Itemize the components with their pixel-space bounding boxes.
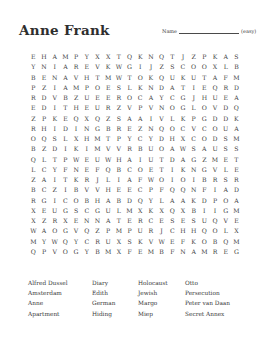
grid-cell: Q xyxy=(81,226,92,236)
grid-cell: I xyxy=(167,175,178,185)
grid-cell: E xyxy=(81,62,92,72)
grid-cell: A xyxy=(167,83,178,93)
grid-cell: Q xyxy=(28,155,39,165)
grid-cell: F xyxy=(199,185,210,195)
grid-cell: A xyxy=(231,196,242,206)
grid-cell: L xyxy=(167,114,178,124)
grid-cell: X xyxy=(28,216,39,226)
grid-cell: T xyxy=(103,134,114,144)
grid-cell: Y xyxy=(81,247,92,257)
grid-cell: E xyxy=(146,165,157,175)
grid-cell: V xyxy=(146,103,157,113)
grid-cell: X xyxy=(114,247,125,257)
grid-cell: K xyxy=(146,73,157,83)
grid-cell: E xyxy=(124,216,135,226)
grid-cell: D xyxy=(220,114,231,124)
grid-cell: C xyxy=(146,216,157,226)
grid-cell: X xyxy=(92,52,103,62)
grid-cell: A xyxy=(135,114,146,124)
grid-cell: L xyxy=(220,62,231,72)
grid-cell: D xyxy=(124,196,135,206)
grid-cell: P xyxy=(60,155,71,165)
grid-cell: Q xyxy=(92,114,103,124)
word-item: Anne xyxy=(28,298,92,308)
grid-cell: O xyxy=(49,226,60,236)
word-item: Apartment xyxy=(28,309,92,319)
grid-cell: L xyxy=(220,226,231,236)
grid-cell: B xyxy=(28,73,39,83)
grid-cell: V xyxy=(210,165,221,175)
grid-cell: A xyxy=(60,73,71,83)
grid-cell: B xyxy=(92,247,103,257)
grid-cell: A xyxy=(60,62,71,72)
grid-cell: K xyxy=(178,165,189,175)
grid-cell: R xyxy=(49,216,60,226)
grid-cell: G xyxy=(199,114,210,124)
grid-cell: G xyxy=(60,226,71,236)
worksheet-page: Anne Frank Name (easy) EHAMPYXXTQKNQTJZP… xyxy=(0,0,270,350)
grid-cell: E xyxy=(199,83,210,93)
grid-cell: D xyxy=(156,83,167,93)
grid-cell: I xyxy=(49,175,60,185)
grid-cell: R xyxy=(103,103,114,113)
grid-cell: R xyxy=(71,62,82,72)
grid-cell: X xyxy=(28,206,39,216)
grid-cell: F xyxy=(92,165,103,175)
grid-cell: K xyxy=(178,73,189,83)
grid-cell: C xyxy=(167,93,178,103)
grid-cell: G xyxy=(71,247,82,257)
grid-cell: Z xyxy=(71,93,82,103)
grid-cell: O xyxy=(210,226,221,236)
grid-cell: A xyxy=(231,93,242,103)
grid-cell: S xyxy=(71,206,82,216)
grid-cell: R xyxy=(210,247,221,257)
grid-cell: Y xyxy=(71,237,82,247)
grid-cell: C xyxy=(199,124,210,134)
grid-cell: J xyxy=(92,175,103,185)
grid-cell: E xyxy=(39,206,50,216)
grid-cell: D xyxy=(199,196,210,206)
grid-cell: A xyxy=(167,144,178,154)
grid-cell: R xyxy=(114,93,125,103)
grid-cell: W xyxy=(28,226,39,236)
grid-cell: Z xyxy=(39,216,50,226)
grid-cell: J xyxy=(156,226,167,236)
grid-cell: A xyxy=(210,73,221,83)
grid-cell: V xyxy=(92,62,103,72)
grid-cell: Z xyxy=(28,114,39,124)
grid-cell: O xyxy=(199,103,210,113)
grid-cell: O xyxy=(220,196,231,206)
grid-cell: N xyxy=(178,247,189,257)
grid-cell: E xyxy=(92,93,103,103)
grid-cell: X xyxy=(210,62,221,72)
grid-cell: U xyxy=(92,155,103,165)
grid-cell: E xyxy=(81,155,92,165)
grid-cell: A xyxy=(199,144,210,154)
grid-cell: V xyxy=(71,226,82,236)
grid-cell: N xyxy=(188,185,199,195)
grid-cell: A xyxy=(220,52,231,62)
name-label: Name xyxy=(162,28,177,34)
grid-cell: Q xyxy=(156,73,167,83)
grid-cell: W xyxy=(114,62,125,72)
grid-cell: I xyxy=(188,83,199,93)
grid-cell: H xyxy=(39,124,50,134)
grid-cell: K xyxy=(231,114,242,124)
grid-cell: E xyxy=(103,93,114,103)
grid-cell: A xyxy=(124,155,135,165)
grid-cell: O xyxy=(135,165,146,175)
grid-cell: M xyxy=(231,73,242,83)
grid-cell: B xyxy=(199,175,210,185)
grid-cell: V xyxy=(210,103,221,113)
grid-cell: N xyxy=(81,216,92,226)
grid-cell: M xyxy=(114,226,125,236)
grid-cell: V xyxy=(71,73,82,83)
grid-cell: R xyxy=(135,216,146,226)
page-title: Anne Frank xyxy=(19,22,110,38)
grid-cell: A xyxy=(231,124,242,134)
grid-cell: A xyxy=(39,226,50,236)
grid-cell: D xyxy=(220,103,231,113)
grid-cell: K xyxy=(146,206,157,216)
grid-cell: B xyxy=(210,237,221,247)
grid-cell: K xyxy=(135,237,146,247)
grid-cell: Z xyxy=(114,103,125,113)
grid-cell: W xyxy=(178,144,189,154)
grid-cell: P xyxy=(124,226,135,236)
grid-cell: R xyxy=(81,175,92,185)
grid-cell: I xyxy=(135,155,146,165)
grid-cell: Z xyxy=(28,175,39,185)
grid-cell: O xyxy=(135,73,146,83)
grid-cell: E xyxy=(81,103,92,113)
grid-cell: A xyxy=(60,83,71,93)
word-item: Jewish xyxy=(138,288,185,298)
grid-cell: R xyxy=(114,124,125,134)
grid-cell: E xyxy=(28,103,39,113)
name-suffix: (easy) xyxy=(241,28,256,34)
grid-cell: C xyxy=(178,124,189,134)
grid-cell: M xyxy=(231,237,242,247)
word-item: Alfred Dussel xyxy=(28,278,92,288)
grid-cell: B xyxy=(114,165,125,175)
grid-cell: F xyxy=(220,73,231,83)
grid-cell: O xyxy=(178,175,189,185)
grid-cell: T xyxy=(178,83,189,93)
grid-cell: I xyxy=(60,144,71,154)
grid-cell: Q xyxy=(210,216,221,226)
grid-cell: Z xyxy=(39,83,50,93)
grid-cell: U xyxy=(103,237,114,247)
grid-cell: G xyxy=(178,93,189,103)
grid-cell: M xyxy=(92,134,103,144)
grid-cell: C xyxy=(81,237,92,247)
grid-cell: G xyxy=(188,155,199,165)
grid-cell: V xyxy=(49,247,60,257)
grid-cell: E xyxy=(220,155,231,165)
grid-cell: D xyxy=(231,83,242,93)
grid-cell: Q xyxy=(231,103,242,113)
grid-cell: I xyxy=(81,144,92,154)
grid-cell: N xyxy=(156,103,167,113)
grid-cell: O xyxy=(60,247,71,257)
grid-cell: O xyxy=(156,144,167,154)
grid-cell: I xyxy=(199,206,210,216)
grid-cell: I xyxy=(146,114,157,124)
grid-cell: C xyxy=(124,165,135,175)
grid-cell: M xyxy=(231,134,242,144)
grid-cell: V xyxy=(146,237,157,247)
grid-cell: S xyxy=(124,237,135,247)
grid-cell: Y xyxy=(146,134,157,144)
grid-cell: P xyxy=(39,114,50,124)
grid-cell: U xyxy=(210,144,221,154)
grid-cell: G xyxy=(92,124,103,134)
grid-cell: Y xyxy=(28,62,39,72)
word-item: Margo xyxy=(138,298,185,308)
word-list-column: HolocaustJewishMargoMiep xyxy=(138,278,185,319)
grid-cell: C xyxy=(39,165,50,175)
grid-cell: J xyxy=(146,62,157,72)
grid-cell: T xyxy=(92,73,103,83)
grid-cell: B xyxy=(71,185,82,195)
grid-cell: C xyxy=(60,196,71,206)
grid-cell: Q xyxy=(103,165,114,175)
grid-cell: S xyxy=(220,175,231,185)
grid-cell: S xyxy=(231,144,242,154)
grid-cell: J xyxy=(188,93,199,103)
grid-cell: I xyxy=(167,165,178,175)
grid-cell: Y xyxy=(124,134,135,144)
grid-cell: V xyxy=(188,124,199,134)
grid-cell: H xyxy=(114,155,125,165)
grid-cell: V xyxy=(49,93,60,103)
word-item: Holocaust xyxy=(138,278,185,288)
grid-cell: I xyxy=(49,196,60,206)
grid-cell: L xyxy=(28,165,39,175)
grid-cell: O xyxy=(124,93,135,103)
grid-cell: E xyxy=(220,93,231,103)
grid-cell: S xyxy=(114,83,125,93)
grid-cell: R xyxy=(146,226,157,236)
grid-cell: N xyxy=(92,216,103,226)
grid-cell: O xyxy=(28,134,39,144)
grid-cell: T xyxy=(231,155,242,165)
grid-cell: B xyxy=(188,206,199,216)
word-item: Amsterdam xyxy=(28,288,92,298)
grid-cell: H xyxy=(71,103,82,113)
word-list: Alfred DusselAmsterdamAnneApartmentDiary… xyxy=(28,278,247,319)
grid-cell: X xyxy=(178,206,189,216)
grid-cell: P xyxy=(39,247,50,257)
grid-cell: W xyxy=(49,237,60,247)
grid-cell: K xyxy=(71,175,82,185)
grid-cell: C xyxy=(39,185,50,195)
grid-cell: H xyxy=(92,196,103,206)
grid-cell: S xyxy=(167,216,178,226)
grid-cell: M xyxy=(28,237,39,247)
grid-cell: S xyxy=(220,144,231,154)
grid-cell: B xyxy=(60,93,71,103)
grid-cell: P xyxy=(81,83,92,93)
grid-cell: Q xyxy=(39,134,50,144)
grid-cell: D xyxy=(231,185,242,195)
grid-cell: X xyxy=(114,237,125,247)
grid-cell: A xyxy=(103,196,114,206)
grid-cell: I xyxy=(135,62,146,72)
grid-cell: T xyxy=(156,155,167,165)
grid-cell: O xyxy=(71,196,82,206)
grid-cell: C xyxy=(135,93,146,103)
grid-cell: H xyxy=(81,73,92,83)
grid-cell: S xyxy=(231,52,242,62)
grid-cell: P xyxy=(135,103,146,113)
grid-cell: N xyxy=(188,165,199,175)
grid-cell: G xyxy=(199,165,210,175)
grid-cell: T xyxy=(114,52,125,62)
grid-cell: M xyxy=(71,83,82,93)
grid-cell: A xyxy=(188,247,199,257)
grid-cell: Q xyxy=(178,185,189,195)
grid-cell: B xyxy=(231,62,242,72)
grid-cell: E xyxy=(124,185,135,195)
grid-cell: Z xyxy=(135,124,146,134)
grid-cell: M xyxy=(199,247,210,257)
grid-cell: F xyxy=(156,185,167,195)
grid-cell: E xyxy=(103,83,114,93)
grid-cell: O xyxy=(199,134,210,144)
word-item: German xyxy=(92,298,138,308)
grid-cell: U xyxy=(146,155,157,165)
grid-cell: T xyxy=(60,175,71,185)
grid-cell: I xyxy=(49,83,60,93)
grid-cell: E xyxy=(178,216,189,226)
grid-cell: V xyxy=(81,185,92,195)
grid-cell: E xyxy=(28,52,39,62)
grid-cell: G xyxy=(178,103,189,113)
grid-cell: H xyxy=(167,134,178,144)
grid-cell: L xyxy=(103,175,114,185)
grid-cell: N xyxy=(49,73,60,83)
grid-cell: N xyxy=(39,62,50,72)
grid-cell: A xyxy=(124,175,135,185)
grid-cell: L xyxy=(39,155,50,165)
grid-cell: B xyxy=(114,196,125,206)
grid-cell: U xyxy=(146,144,157,154)
grid-cell: G xyxy=(92,206,103,216)
grid-cell: Y xyxy=(146,196,157,206)
grid-cell: Y xyxy=(49,165,60,175)
grid-cell: V xyxy=(103,144,114,154)
grid-cell: R xyxy=(210,175,221,185)
grid-cell: L xyxy=(188,103,199,113)
grid-cell: F xyxy=(124,247,135,257)
grid-cell: I xyxy=(210,206,221,216)
grid-cell: K xyxy=(135,83,146,93)
grid-cell: S xyxy=(114,114,125,124)
word-item: Hiding xyxy=(92,309,138,319)
grid-cell: U xyxy=(49,206,60,216)
grid-cell: C xyxy=(135,185,146,195)
grid-cell: P xyxy=(71,52,82,62)
grid-cell: Y xyxy=(156,93,167,103)
grid-cell: C xyxy=(135,134,146,144)
grid-cell: L xyxy=(114,206,125,216)
grid-cell: E xyxy=(135,247,146,257)
word-list-column: DiaryEdithGermanHiding xyxy=(92,278,138,319)
grid-cell: X xyxy=(103,52,114,62)
grid-cell: W xyxy=(114,73,125,83)
grid-cell: O xyxy=(199,237,210,247)
grid-cell: G xyxy=(124,62,135,72)
grid-cell: B xyxy=(135,144,146,154)
grid-cell: E xyxy=(231,165,242,175)
grid-cell: Z xyxy=(156,62,167,72)
grid-cell: I xyxy=(114,175,125,185)
grid-cell: Z xyxy=(199,155,210,165)
word-item: Miep xyxy=(138,309,185,319)
grid-cell: O xyxy=(167,124,178,134)
grid-cell: Q xyxy=(167,206,178,216)
word-item: Persecution xyxy=(185,288,247,298)
grid-cell: M xyxy=(146,247,157,257)
grid-cell: R xyxy=(28,93,39,103)
grid-cell: Z xyxy=(49,185,60,195)
grid-cell: A xyxy=(103,216,114,226)
grid-cell: O xyxy=(167,103,178,113)
grid-cell: A xyxy=(49,52,60,62)
word-item: Diary xyxy=(92,278,138,288)
name-line: Name (easy) xyxy=(162,27,256,34)
grid-cell: T xyxy=(156,165,167,175)
grid-cell: S xyxy=(49,134,60,144)
grid-cell: B xyxy=(28,144,39,154)
grid-cell: N xyxy=(71,165,82,175)
grid-cell: K xyxy=(210,52,221,62)
grid-cell: P xyxy=(114,134,125,144)
name-blank-line xyxy=(179,27,239,34)
grid-cell: L xyxy=(156,196,167,206)
grid-cell: D xyxy=(156,134,167,144)
grid-cell: U xyxy=(167,73,178,83)
grid-cell: S xyxy=(188,144,199,154)
grid-cell: S xyxy=(188,216,199,226)
grid-cell: U xyxy=(92,103,103,113)
grid-cell: O xyxy=(156,175,167,185)
grid-cell: P xyxy=(103,226,114,236)
grid-cell: G xyxy=(39,196,50,206)
grid-cell: I xyxy=(60,185,71,195)
grid-cell: K xyxy=(49,114,60,124)
grid-cell: W xyxy=(146,175,157,185)
grid-cell: E xyxy=(156,216,167,226)
grid-cell: L xyxy=(60,134,71,144)
grid-cell: A xyxy=(39,175,50,185)
grid-cell: A xyxy=(146,93,157,103)
grid-cell: R xyxy=(92,237,103,247)
grid-cell: K xyxy=(135,52,146,62)
grid-cell: L xyxy=(220,165,231,175)
grid-cell: F xyxy=(167,247,178,257)
grid-cell: S xyxy=(167,62,178,72)
grid-cell: E xyxy=(231,216,242,226)
grid-cell: X xyxy=(60,216,71,226)
grid-cell: E xyxy=(220,247,231,257)
grid-cell: L xyxy=(124,83,135,93)
